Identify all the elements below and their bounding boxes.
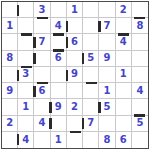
given-digit-r4c1[interactable]: 8 bbox=[2, 51, 18, 67]
cell-r7c1[interactable] bbox=[2, 99, 18, 115]
cell-r6c6[interactable] bbox=[83, 83, 99, 99]
cell-r6c5[interactable] bbox=[67, 83, 83, 99]
given-digit-r5c5[interactable]: 9 bbox=[67, 67, 83, 83]
cell-r2c8[interactable] bbox=[116, 18, 132, 34]
cell-r5c7[interactable] bbox=[99, 67, 115, 83]
cell-r4c9[interactable] bbox=[132, 51, 148, 67]
given-digit-r6c9[interactable]: 4 bbox=[132, 83, 148, 99]
cell-r9c9[interactable] bbox=[132, 132, 148, 148]
cell-r7c8[interactable] bbox=[116, 99, 132, 115]
cell-r5c3[interactable] bbox=[34, 67, 50, 83]
cell-r1c9[interactable] bbox=[132, 2, 148, 18]
given-digit-r7c4[interactable]: 9 bbox=[51, 99, 67, 115]
given-digit-r7c2[interactable]: 1 bbox=[18, 99, 34, 115]
cell-r4c5[interactable] bbox=[67, 51, 83, 67]
cell-r7c3[interactable] bbox=[34, 99, 50, 115]
cell-r6c2[interactable] bbox=[18, 83, 34, 99]
given-digit-r2c1[interactable]: 1 bbox=[2, 18, 18, 34]
cell-r1c6[interactable] bbox=[83, 2, 99, 18]
cell-r3c2[interactable] bbox=[18, 34, 34, 50]
cell-r3c7[interactable] bbox=[99, 34, 115, 50]
given-digit-r1c5[interactable]: 1 bbox=[67, 2, 83, 18]
given-digit-r8c6[interactable]: 7 bbox=[83, 116, 99, 132]
given-digit-r5c8[interactable]: 1 bbox=[116, 67, 132, 83]
cell-r8c5[interactable] bbox=[67, 116, 83, 132]
cell-r2c5[interactable] bbox=[67, 18, 83, 34]
cell-r1c2[interactable] bbox=[18, 2, 34, 18]
given-digit-r1c8[interactable]: 2 bbox=[116, 2, 132, 18]
cell-r1c1[interactable] bbox=[2, 2, 18, 18]
cell-r2c6[interactable] bbox=[83, 18, 99, 34]
given-digit-r9c4[interactable]: 1 bbox=[51, 132, 67, 148]
given-digit-r8c3[interactable]: 4 bbox=[34, 116, 50, 132]
given-digit-r4c7[interactable]: 9 bbox=[99, 51, 115, 67]
given-digit-r3c8[interactable]: 4 bbox=[116, 34, 132, 50]
cell-r2c2[interactable] bbox=[18, 18, 34, 34]
cell-r4c8[interactable] bbox=[116, 51, 132, 67]
cell-r8c7[interactable] bbox=[99, 116, 115, 132]
cell-r8c2[interactable] bbox=[18, 116, 34, 132]
cell-r1c4[interactable] bbox=[51, 2, 67, 18]
cell-r6c4[interactable] bbox=[51, 83, 67, 99]
given-digit-r6c3[interactable]: 6 bbox=[34, 83, 50, 99]
cell-r5c9[interactable] bbox=[132, 67, 148, 83]
cell-r2c3[interactable] bbox=[34, 18, 50, 34]
cell-r9c1[interactable] bbox=[2, 132, 18, 148]
cell-r5c1[interactable] bbox=[2, 67, 18, 83]
given-digit-r7c5[interactable]: 2 bbox=[67, 99, 83, 115]
cell-r1c7[interactable] bbox=[99, 2, 115, 18]
cell-r3c4[interactable] bbox=[51, 34, 67, 50]
given-digit-r4c6[interactable]: 5 bbox=[83, 51, 99, 67]
cell-r3c1[interactable] bbox=[2, 34, 18, 50]
given-digit-r6c1[interactable]: 9 bbox=[2, 83, 18, 99]
given-digit-r8c9[interactable]: 5 bbox=[132, 116, 148, 132]
cell-r5c6[interactable] bbox=[83, 67, 99, 83]
cell-r8c4[interactable] bbox=[51, 116, 67, 132]
given-digit-r4c4[interactable]: 6 bbox=[51, 51, 67, 67]
given-digit-r9c2[interactable]: 4 bbox=[18, 132, 34, 148]
given-digit-r6c7[interactable]: 1 bbox=[99, 83, 115, 99]
cell-r9c6[interactable] bbox=[83, 132, 99, 148]
given-digit-r9c7[interactable]: 8 bbox=[99, 132, 115, 148]
given-digit-r2c7[interactable]: 7 bbox=[99, 18, 115, 34]
cell-r8c8[interactable] bbox=[116, 116, 132, 132]
given-digit-r8c1[interactable]: 2 bbox=[2, 116, 18, 132]
cell-r5c4[interactable] bbox=[51, 67, 67, 83]
board-grid: 312147876486593919614192524754186 bbox=[2, 2, 148, 148]
given-digit-r1c3[interactable]: 3 bbox=[34, 2, 50, 18]
cell-r9c5[interactable] bbox=[67, 132, 83, 148]
cell-r7c9[interactable] bbox=[132, 99, 148, 115]
given-digit-r3c5[interactable]: 6 bbox=[67, 34, 83, 50]
cell-r4c3[interactable] bbox=[34, 51, 50, 67]
given-digit-r5c2[interactable]: 3 bbox=[18, 67, 34, 83]
cell-r4c2[interactable] bbox=[18, 51, 34, 67]
given-digit-r2c9[interactable]: 8 bbox=[132, 18, 148, 34]
cell-r7c6[interactable] bbox=[83, 99, 99, 115]
given-digit-r7c7[interactable]: 5 bbox=[99, 99, 115, 115]
given-digit-r9c8[interactable]: 6 bbox=[116, 132, 132, 148]
cell-r9c3[interactable] bbox=[34, 132, 50, 148]
puzzle-board: 312147876486593919614192524754186 bbox=[1, 1, 149, 149]
cell-r3c9[interactable] bbox=[132, 34, 148, 50]
cell-r6c8[interactable] bbox=[116, 83, 132, 99]
cell-r3c6[interactable] bbox=[83, 34, 99, 50]
given-digit-r3c3[interactable]: 7 bbox=[34, 34, 50, 50]
given-digit-r2c4[interactable]: 4 bbox=[51, 18, 67, 34]
